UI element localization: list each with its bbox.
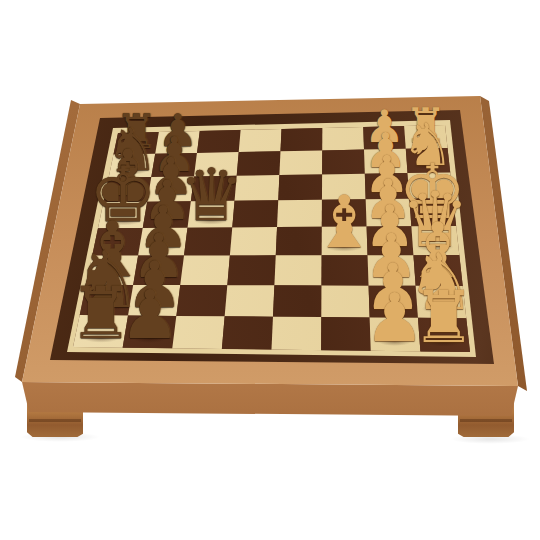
- black-pawn-a7[interactable]: ♟: [120, 282, 180, 349]
- board-squares-and-pieces: ♜♟♟♜♞♟♟♞♝♟♟♚♟♛♟♚♟♝♟♛♝♟♟♝♞♟♟♞♜♟♟♜: [0, 0, 540, 540]
- white-rook-a1[interactable]: ♜: [412, 282, 476, 353]
- chess-table-scene: ♜♟♟♜♞♟♟♞♝♟♟♚♟♛♟♚♟♝♟♛♝♟♟♝♞♟♟♞♜♟♟♜: [0, 0, 540, 540]
